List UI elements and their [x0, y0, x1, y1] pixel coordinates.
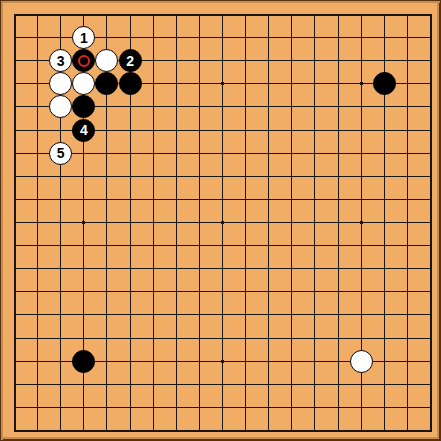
stone-white	[72, 72, 95, 95]
grid-line-horizontal	[14, 268, 432, 269]
grid-line-vertical	[407, 14, 408, 432]
grid-line-vertical	[245, 14, 246, 432]
stone-black-move-2: 2	[119, 49, 142, 72]
stone-white-move-1: 1	[72, 26, 95, 49]
grid-line-vertical	[430, 14, 432, 432]
stone-white	[49, 95, 72, 118]
stone-black	[72, 95, 95, 118]
star-point	[221, 82, 224, 85]
grid-line-vertical	[314, 14, 315, 432]
stone-white	[350, 350, 373, 373]
stone-white	[49, 72, 72, 95]
stone-white-move-5: 5	[49, 142, 72, 165]
grid-line-vertical	[291, 14, 292, 432]
grid-line-horizontal	[14, 291, 432, 292]
grid-line-horizontal	[14, 430, 432, 432]
star-point	[221, 221, 224, 224]
grid-line-horizontal	[14, 407, 432, 408]
move-number-label: 2	[126, 54, 134, 68]
grid-line-horizontal	[14, 338, 432, 339]
stone-white	[95, 49, 118, 72]
stone-black-move-4: 4	[72, 119, 95, 142]
grid-line-horizontal	[14, 314, 432, 315]
grid-line-vertical	[338, 14, 339, 432]
stone-white-move-3: 3	[49, 49, 72, 72]
grid-line-horizontal	[14, 384, 432, 385]
stone-black	[95, 72, 118, 95]
move-number-label: 1	[80, 31, 88, 45]
grid-line-vertical	[268, 14, 269, 432]
stone-black	[72, 350, 95, 373]
star-point	[360, 82, 363, 85]
circle-mark-icon	[78, 55, 90, 67]
star-point	[221, 360, 224, 363]
stone-black-marked	[72, 49, 95, 72]
move-number-label: 4	[80, 123, 88, 137]
star-point	[360, 221, 363, 224]
move-number-label: 3	[57, 54, 65, 68]
move-number-label: 5	[57, 146, 65, 160]
stone-black	[119, 72, 142, 95]
star-point	[82, 221, 85, 224]
grid-line-horizontal	[14, 245, 432, 246]
go-board: 12345	[0, 0, 441, 441]
stone-black	[373, 72, 396, 95]
